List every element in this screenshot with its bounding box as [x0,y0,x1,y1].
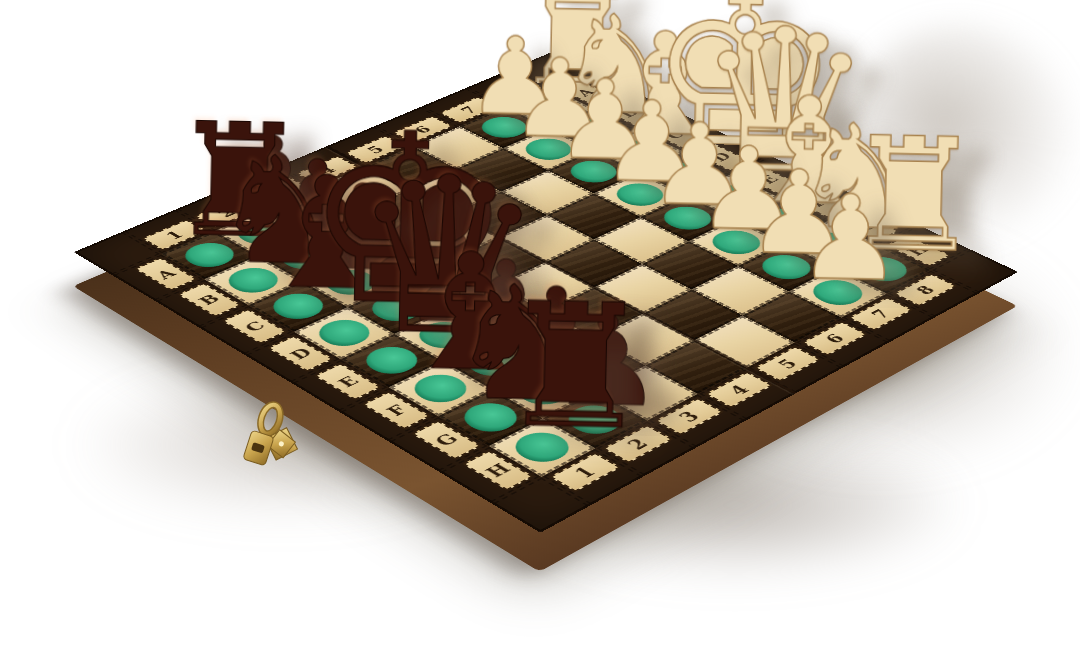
file-label-text: C [239,318,269,334]
file-label-text: A [572,86,599,98]
file-label-text: F [381,402,411,419]
label-plate: A [134,257,197,290]
file-label-text: H [480,460,515,480]
rank-label-text: 3 [674,408,705,425]
rank-label-text: 7 [866,306,895,321]
label-plate: 2 [194,198,259,228]
brass-clasp-icon [233,400,305,486]
file-label-text: E [754,173,782,186]
label-plate: E [737,165,799,195]
rank-label-text: 4 [314,164,340,177]
file-label-text: H [902,243,934,259]
file-label-text: D [284,345,316,362]
rank-label-text: 7 [456,104,482,116]
felt-pad [798,228,865,261]
rank-label-text: 4 [724,382,754,398]
product-photo-scene: ABCDEFGH8♜♞♝♚♛♝♞♜87♟♟♟♟♟♟♟♟7665544332♟♟♟… [0,0,1080,651]
rank-label-text: 6 [410,123,436,135]
file-label-text: A [151,266,180,281]
felt-pad [219,263,288,298]
rank-label-text: 1 [161,228,188,242]
rank-label-text: 6 [820,331,850,346]
file-label-text: E [332,373,363,390]
file-label-text: F [803,196,831,209]
file-label-text: B [194,292,224,308]
file-label-text: G [852,219,882,234]
file-label-text: G [430,431,463,449]
felt-pad [748,204,814,236]
rank-label-text: 5 [363,143,389,156]
label-plate: F [362,391,431,429]
chess-board: ABCDEFGH8♜♞♝♚♛♝♞♜87♟♟♟♟♟♟♟♟7665544332♟♟♟… [74,53,1018,533]
brass-clasp [233,400,305,486]
rank-label-text: 2 [623,435,654,452]
file-label-text: C [661,128,689,141]
file-label-text: D [706,150,735,164]
rank-label-text: 1 [570,463,601,481]
rank-label-text: 8 [501,85,526,97]
rank-label-text: 2 [213,206,240,219]
rank-label-text: 3 [264,185,290,198]
felt-pad [752,250,820,284]
rank-label-text: 5 [773,356,803,372]
square-h3 [595,366,698,421]
rank-label-text: 8 [911,283,940,298]
felt-pad [176,238,244,272]
label-plate: 3 [246,176,309,205]
chess-board-3d-wrap: ABCDEFGH8♜♞♝♚♛♝♞♜87♟♟♟♟♟♟♟♟7665544332♟♟♟… [205,0,887,603]
file-label-text: B [615,107,643,120]
label-plate: 1 [142,219,208,250]
